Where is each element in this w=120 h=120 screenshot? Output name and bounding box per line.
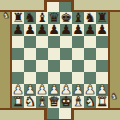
square-b1[interactable]: ♞ bbox=[24, 96, 36, 108]
square-h5[interactable] bbox=[96, 48, 108, 60]
black-pawn[interactable]: ♟ bbox=[72, 24, 84, 36]
square-b5[interactable] bbox=[24, 48, 36, 60]
square-d1[interactable]: ♛ bbox=[48, 96, 60, 108]
square-b6[interactable] bbox=[24, 36, 36, 48]
black-pawn[interactable]: ♟ bbox=[24, 24, 36, 36]
frame-left-strip bbox=[0, 12, 10, 108]
extra-squares-top bbox=[44, 0, 74, 12]
square-g5[interactable] bbox=[84, 48, 96, 60]
extra-square-bottom-2 bbox=[59, 108, 71, 119]
square-e5[interactable] bbox=[60, 48, 72, 60]
square-a1[interactable]: ♜ bbox=[12, 96, 24, 108]
square-d5[interactable] bbox=[48, 48, 60, 60]
square-h4[interactable] bbox=[96, 60, 108, 72]
square-h6[interactable] bbox=[96, 36, 108, 48]
extra-squares-bottom bbox=[44, 108, 74, 120]
square-d6[interactable] bbox=[48, 36, 60, 48]
white-side-piece-icon: ♞ bbox=[110, 92, 118, 102]
chess-board[interactable]: ♜♞♝♛♚♝♞♜♟♟♟♟♟♟♟♟♟♟♟♟♟♟♟♟♜♞♝♛♚♝♞♜ bbox=[12, 12, 108, 108]
square-g1[interactable]: ♞ bbox=[84, 96, 96, 108]
square-h7[interactable]: ♟ bbox=[96, 24, 108, 36]
black-pawn[interactable]: ♟ bbox=[36, 24, 48, 36]
square-e6[interactable] bbox=[60, 36, 72, 48]
black-side-piece-icon: ♞ bbox=[2, 11, 10, 21]
square-g7[interactable]: ♟ bbox=[84, 24, 96, 36]
square-c1[interactable]: ♝ bbox=[36, 96, 48, 108]
square-f4[interactable] bbox=[72, 60, 84, 72]
black-pawn[interactable]: ♟ bbox=[84, 24, 96, 36]
square-b4[interactable] bbox=[24, 60, 36, 72]
square-d4[interactable] bbox=[48, 60, 60, 72]
square-c7[interactable]: ♟ bbox=[36, 24, 48, 36]
black-pawn[interactable]: ♟ bbox=[48, 24, 60, 36]
extra-square-top-2 bbox=[59, 2, 71, 13]
square-a4[interactable] bbox=[12, 60, 24, 72]
square-c6[interactable] bbox=[36, 36, 48, 48]
square-g6[interactable] bbox=[84, 36, 96, 48]
white-knight[interactable]: ♞ bbox=[84, 96, 96, 108]
white-king[interactable]: ♚ bbox=[60, 96, 72, 108]
extra-square-bottom-1 bbox=[47, 108, 59, 119]
square-c5[interactable] bbox=[36, 48, 48, 60]
square-f7[interactable]: ♟ bbox=[72, 24, 84, 36]
square-f6[interactable] bbox=[72, 36, 84, 48]
square-h1[interactable]: ♜ bbox=[96, 96, 108, 108]
square-b7[interactable]: ♟ bbox=[24, 24, 36, 36]
white-bishop[interactable]: ♝ bbox=[36, 96, 48, 108]
square-c4[interactable] bbox=[36, 60, 48, 72]
white-rook[interactable]: ♜ bbox=[96, 96, 108, 108]
chess-app-window: ♜♞♝♛♚♝♞♜♟♟♟♟♟♟♟♟♟♟♟♟♟♟♟♟♜♞♝♛♚♝♞♜ ♞ ♞ bbox=[0, 0, 120, 120]
white-queen[interactable]: ♛ bbox=[48, 96, 60, 108]
square-e7[interactable]: ♟ bbox=[60, 24, 72, 36]
square-a6[interactable] bbox=[12, 36, 24, 48]
square-a5[interactable] bbox=[12, 48, 24, 60]
square-f5[interactable] bbox=[72, 48, 84, 60]
square-f1[interactable]: ♝ bbox=[72, 96, 84, 108]
black-pawn[interactable]: ♟ bbox=[96, 24, 108, 36]
square-a7[interactable]: ♟ bbox=[12, 24, 24, 36]
white-rook[interactable]: ♜ bbox=[12, 96, 24, 108]
black-pawn[interactable]: ♟ bbox=[12, 24, 24, 36]
square-e4[interactable] bbox=[60, 60, 72, 72]
white-knight[interactable]: ♞ bbox=[24, 96, 36, 108]
extra-square-top-1 bbox=[47, 2, 59, 13]
square-d7[interactable]: ♟ bbox=[48, 24, 60, 36]
black-pawn[interactable]: ♟ bbox=[60, 24, 72, 36]
square-g4[interactable] bbox=[84, 60, 96, 72]
white-bishop[interactable]: ♝ bbox=[72, 96, 84, 108]
square-e1[interactable]: ♚ bbox=[60, 96, 72, 108]
